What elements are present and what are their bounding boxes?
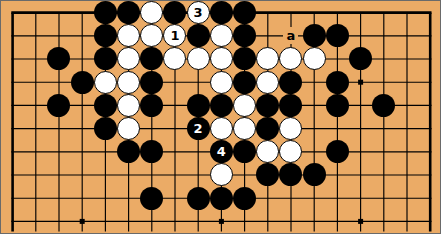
- white-stone: [279, 47, 302, 70]
- black-stone: [326, 71, 349, 94]
- white-stone: [256, 71, 279, 94]
- white-stone: [279, 140, 302, 163]
- white-stone: [210, 163, 233, 186]
- white-stone: [256, 140, 279, 163]
- white-stone: [140, 24, 163, 47]
- black-stone: [187, 24, 210, 47]
- black-stone: [233, 47, 256, 70]
- white-stone: [279, 117, 302, 140]
- black-stone: [210, 187, 233, 210]
- black-stone: [94, 117, 117, 140]
- black-stone: [94, 47, 117, 70]
- point-label-a: a: [283, 27, 298, 44]
- black-stone: [233, 24, 256, 47]
- black-stone: [140, 94, 163, 117]
- black-stone: [349, 47, 372, 70]
- move-2-stone-black: 2: [187, 117, 210, 140]
- black-stone: [47, 47, 70, 70]
- black-stone: [303, 163, 326, 186]
- black-stone: [94, 94, 117, 117]
- white-stone: [256, 47, 279, 70]
- black-stone: [187, 94, 210, 117]
- black-stone: [326, 140, 349, 163]
- white-stone: [233, 94, 256, 117]
- black-stone: [71, 71, 94, 94]
- black-stone: [47, 94, 70, 117]
- black-stone: [303, 24, 326, 47]
- black-stone: [187, 187, 210, 210]
- white-stone: [187, 47, 210, 70]
- black-stone: [140, 187, 163, 210]
- black-stone: [256, 117, 279, 140]
- white-stone: [210, 24, 233, 47]
- black-stone: [117, 1, 140, 24]
- white-stone: [117, 71, 140, 94]
- black-stone: [256, 163, 279, 186]
- black-stone: [140, 140, 163, 163]
- black-stone: [326, 94, 349, 117]
- black-stone: [140, 71, 163, 94]
- white-stone: [163, 47, 186, 70]
- white-stone: [117, 47, 140, 70]
- black-stone: [279, 94, 302, 117]
- black-stone: [163, 1, 186, 24]
- black-stone: [279, 71, 302, 94]
- white-stone: [117, 24, 140, 47]
- go-board: 3124a: [1, 1, 441, 233]
- white-stone: [117, 117, 140, 140]
- go-board-diagram: 3124a: [0, 0, 441, 234]
- black-stone: [326, 24, 349, 47]
- white-stone: [210, 47, 233, 70]
- black-stone: [256, 94, 279, 117]
- black-stone: [233, 71, 256, 94]
- black-stone: [233, 140, 256, 163]
- black-stone: [233, 1, 256, 24]
- white-stone: [140, 1, 163, 24]
- black-stone: [372, 94, 395, 117]
- white-stone: [233, 117, 256, 140]
- white-stone: [210, 117, 233, 140]
- move-4-stone-black: 4: [210, 140, 233, 163]
- black-stone: [94, 1, 117, 24]
- black-stone: [117, 140, 140, 163]
- black-stone: [210, 1, 233, 24]
- white-stone: [210, 71, 233, 94]
- black-stone: [279, 163, 302, 186]
- white-stone: [303, 47, 326, 70]
- black-stone: [94, 24, 117, 47]
- black-stone: [140, 47, 163, 70]
- move-3-stone-white: 3: [187, 1, 210, 24]
- black-stone: [210, 94, 233, 117]
- white-stone: [94, 71, 117, 94]
- move-1-stone-white: 1: [163, 24, 186, 47]
- white-stone: [117, 94, 140, 117]
- black-stone: [233, 187, 256, 210]
